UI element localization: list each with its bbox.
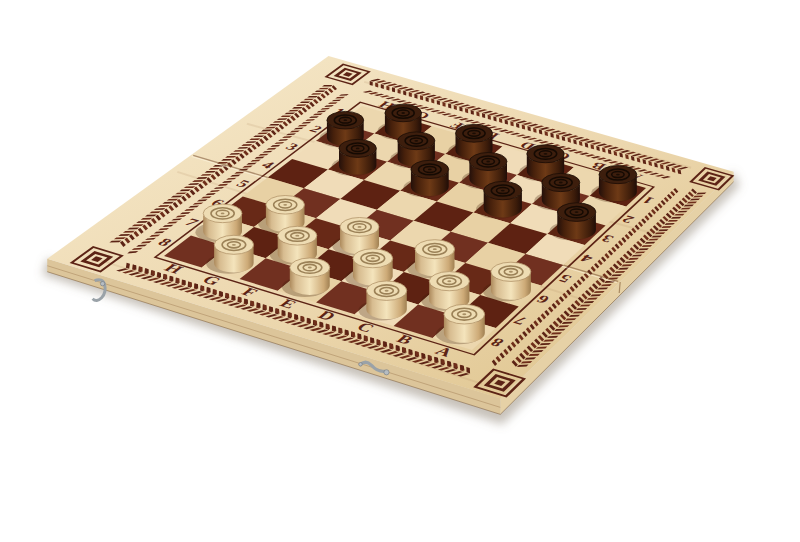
- piece-center-dot: [428, 169, 432, 171]
- product-photo-stage: Wooden folding checkers board with woode…: [0, 0, 800, 542]
- piece-center-dot: [232, 244, 236, 246]
- piece-center-dot: [544, 153, 548, 155]
- piece-center-dot: [308, 267, 312, 269]
- piece-center-dot: [295, 235, 299, 237]
- piece-center-dot: [486, 161, 490, 163]
- piece-center-dot: [575, 211, 579, 213]
- piece-center-dot: [501, 190, 505, 192]
- piece-center-dot: [447, 280, 451, 282]
- piece-center-dot: [371, 257, 375, 259]
- piece-center-dot: [401, 112, 405, 114]
- piece-center-dot: [509, 271, 513, 273]
- piece-center-dot: [462, 313, 466, 315]
- piece-center-dot: [472, 132, 476, 134]
- piece-center-dot: [385, 290, 389, 292]
- piece-center-dot: [358, 226, 362, 228]
- piece-center-dot: [221, 213, 225, 215]
- piece-center-dot: [433, 248, 437, 250]
- piece-center-dot: [414, 140, 418, 142]
- piece-center-dot: [356, 148, 360, 150]
- piece-center-dot: [283, 204, 287, 206]
- checkers-board-scene: Wooden folding checkers board with woode…: [0, 0, 800, 542]
- piece-center-dot: [616, 174, 620, 176]
- piece-center-dot: [559, 182, 563, 184]
- piece-center-dot: [344, 119, 348, 121]
